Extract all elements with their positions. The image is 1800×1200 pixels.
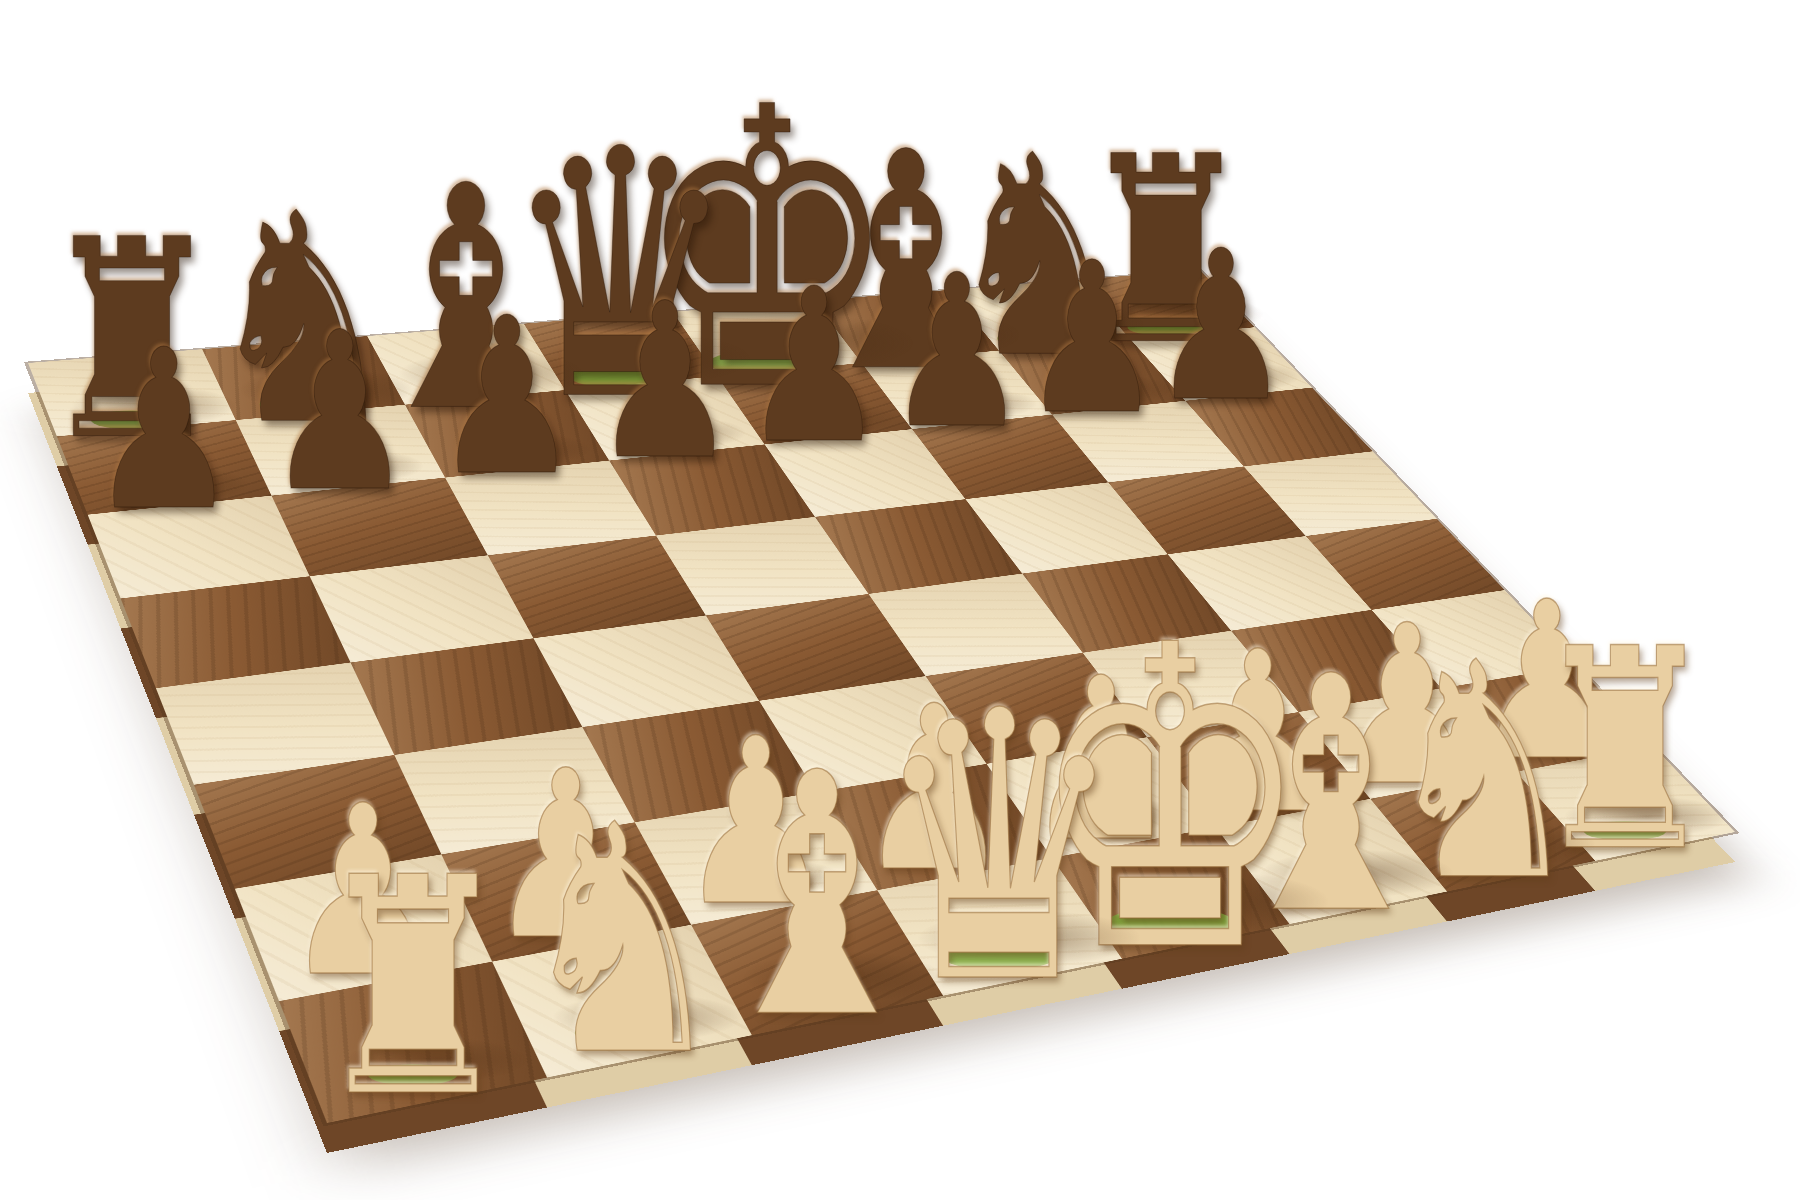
piece-black-pawn-f7: ♟ [885,248,1028,459]
piece-black-pawn-h7: ♟ [1150,224,1291,431]
piece-white-rook-a1: ♜ [311,839,515,1138]
piece-black-pawn-a7: ♟ [89,321,239,542]
piece-black-pawn-b7: ♟ [266,304,415,522]
piece-black-pawn-e7: ♟ [742,261,887,473]
piece-white-knight-b1: ♞ [514,784,729,1099]
piece-black-pawn-d7: ♟ [592,275,738,489]
piece-black-pawn-c7: ♟ [433,289,580,505]
chess-set-photo: ♜♞♝♛♚♝♞♜♟♟♟♟♟♟♟♟♟♟♟♟♟♟♟♟♜♞♝♛♚♝♞♜ [0,0,1800,1200]
piece-black-pawn-g7: ♟ [1021,235,1163,444]
